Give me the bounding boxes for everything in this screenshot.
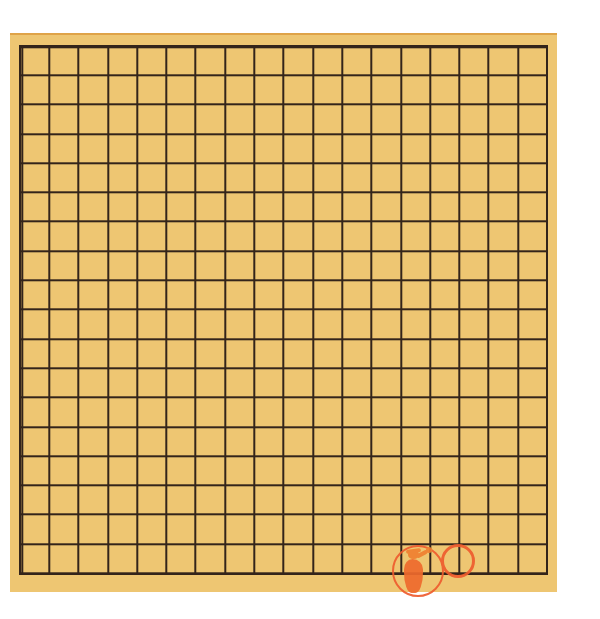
dj-person-icon (404, 550, 430, 602)
coordinate-labels-right (557, 33, 600, 619)
go-board (10, 33, 557, 592)
go-diagram-page (0, 0, 600, 619)
person-body (404, 559, 423, 593)
microphone-icon (426, 547, 432, 553)
watermark (378, 540, 600, 619)
board-grid (5, 31, 562, 588)
coordinate-labels-top (0, 0, 600, 33)
